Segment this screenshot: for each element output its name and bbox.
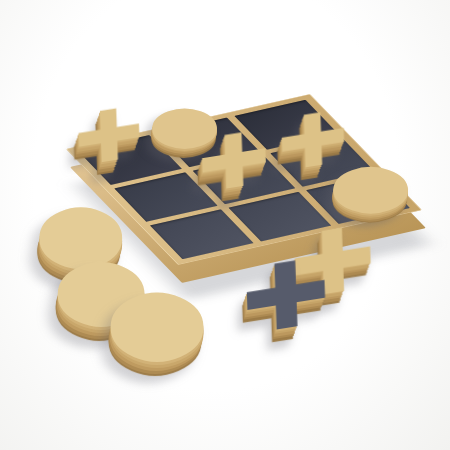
x-piece-offboard-x2[interactable]: ✚: [240, 245, 333, 349]
x-piece-r0c0[interactable]: ✚: [73, 97, 145, 178]
x-piece-r1c1[interactable]: ✚: [196, 119, 271, 204]
o-piece-offboard-o3[interactable]: ⬤: [106, 288, 209, 356]
o-piece-r2c2[interactable]: ⬤: [329, 163, 412, 209]
scene: ✚⬤✚✚⬤⬤⬤⬤✚✚: [0, 0, 450, 450]
